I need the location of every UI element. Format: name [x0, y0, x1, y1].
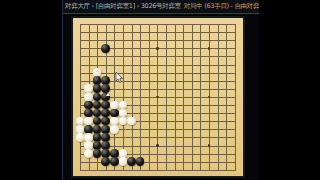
go-board[interactable] — [73, 18, 243, 176]
stone-white-4-13[interactable] — [110, 125, 119, 133]
stone-black-2-10[interactable] — [93, 101, 102, 109]
stone-black-1-11[interactable] — [84, 109, 93, 117]
stone-white-1-16[interactable] — [84, 149, 93, 157]
stone-black-3-8[interactable] — [101, 85, 110, 93]
last-move-marker — [106, 93, 110, 96]
stone-black-2-8[interactable] — [93, 85, 102, 93]
stone-black-2-12[interactable] — [93, 117, 102, 125]
stone-black-2-9[interactable] — [93, 93, 102, 101]
stone-black-3-11[interactable] — [101, 109, 110, 117]
stone-white-6-12[interactable] — [127, 117, 136, 125]
star-point — [205, 141, 214, 149]
stone-white-1-9[interactable] — [84, 93, 93, 101]
stone-white-5-12[interactable] — [119, 117, 128, 125]
stone-white-5-11[interactable] — [119, 109, 128, 117]
header-bar: 对弈大厅 › [自由对弈室1] › 3026号对弈室 对局中 (63手目) - … — [63, 0, 259, 14]
stone-white-0-12[interactable] — [76, 117, 85, 125]
stone-white-4-12[interactable] — [110, 117, 119, 125]
star-point — [153, 93, 162, 101]
board-frame — [71, 16, 245, 178]
star-point — [153, 141, 162, 149]
game-status-text: 对局中 (63手目) - 自由对弈 — [184, 2, 259, 11]
stone-black-7-17[interactable] — [136, 158, 145, 166]
stone-black-1-10[interactable] — [84, 101, 93, 109]
stone-white-0-14[interactable] — [76, 133, 85, 141]
stone-black-3-17[interactable] — [101, 158, 110, 166]
star-point — [153, 44, 162, 52]
stone-black-4-11[interactable] — [110, 109, 119, 117]
stone-white-1-8[interactable] — [84, 85, 93, 93]
breadcrumb[interactable]: 对弈大厅 › [自由对弈室1] › 3026号对弈室 — [65, 2, 181, 11]
stone-black-2-16[interactable] — [93, 149, 102, 157]
stone-white-5-10[interactable] — [119, 101, 128, 109]
star-point — [205, 44, 214, 52]
stone-black-3-10[interactable] — [101, 101, 110, 109]
stone-white-1-12[interactable] — [84, 117, 93, 125]
stone-black-4-17[interactable] — [110, 158, 119, 166]
stone-black-3-3[interactable] — [101, 44, 110, 52]
stone-black-3-12[interactable] — [101, 117, 110, 125]
stone-black-2-11[interactable] — [93, 109, 102, 117]
stone-white-4-10[interactable] — [110, 101, 119, 109]
star-point — [205, 93, 214, 101]
stone-white-5-17[interactable] — [119, 158, 128, 166]
go-client-window: 对弈大厅 › [自由对弈室1] › 3026号对弈室 对局中 (63手目) - … — [62, 0, 259, 180]
mouse-cursor-icon — [115, 68, 124, 87]
stone-black-6-17[interactable] — [127, 158, 136, 166]
stones-grid — [76, 20, 239, 174]
screen: 对弈大厅 › [自由对弈室1] › 3026号对弈室 对局中 (63手目) - … — [0, 0, 320, 180]
stone-black-3-9[interactable] — [101, 93, 110, 101]
